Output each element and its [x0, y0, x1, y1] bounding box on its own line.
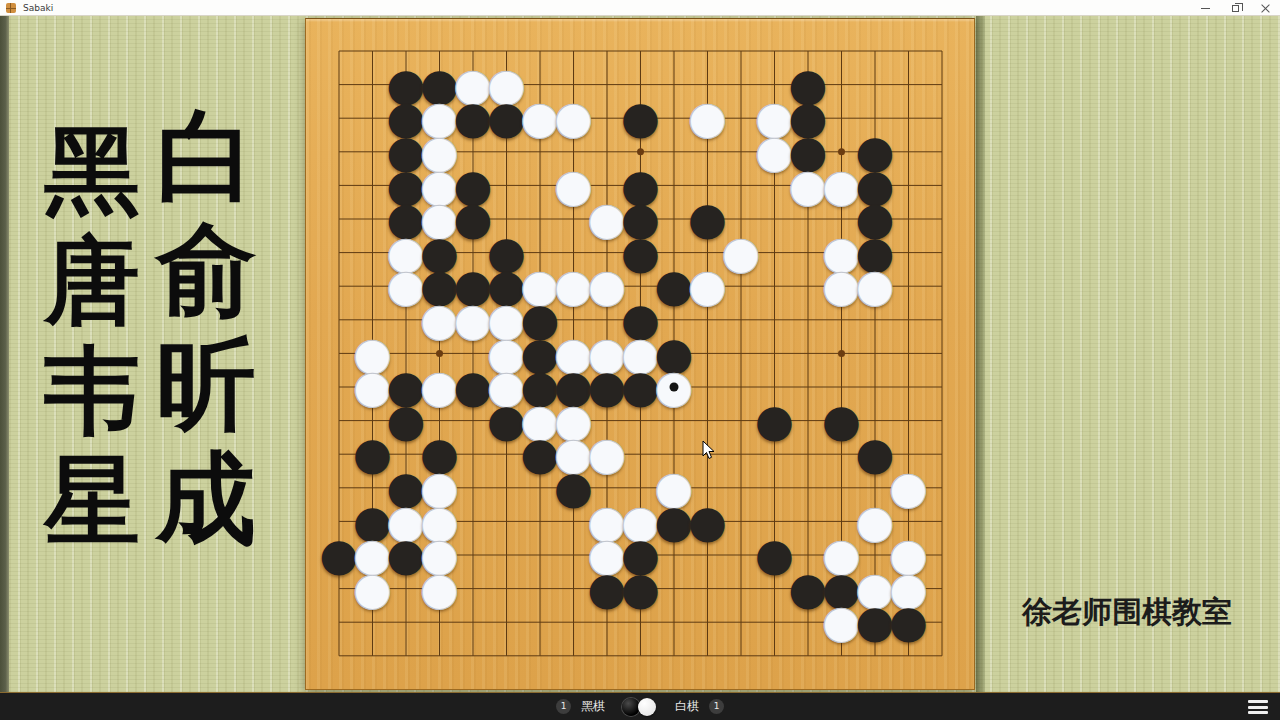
window-title: Sabaki: [23, 3, 53, 13]
black-stone: ●: [389, 404, 423, 438]
bottom-bar: 1 黑棋 白棋 1: [0, 692, 1280, 720]
white-stone: ●: [590, 269, 624, 303]
calligraphy-char: 白: [156, 100, 256, 214]
go-board[interactable]: ●●●●●●●●●●●●●●●●●●●●●●●●●●●●●●●●●●●●●●●●…: [305, 18, 975, 690]
white-stone: ●: [691, 101, 725, 135]
white-player-label: 白棋: [675, 698, 699, 715]
restore-button[interactable]: [1220, 0, 1250, 16]
calligraphy-char: 唐: [40, 226, 144, 336]
black-stone: ●: [657, 504, 691, 538]
white-player-calligraphy: 白 俞 昕 成: [156, 100, 256, 556]
black-player-calligraphy: 黑 唐 韦 星: [40, 116, 144, 556]
black-stone: ●: [590, 370, 624, 404]
white-stone: ●: [657, 370, 691, 404]
black-stone: ●: [858, 605, 892, 639]
white-stone: ●: [389, 269, 423, 303]
restore-icon: [1232, 5, 1239, 12]
white-stone: ●: [523, 101, 557, 135]
black-stone: ●: [758, 538, 792, 572]
calligraphy-char: 星: [40, 446, 144, 556]
white-stone: ●: [791, 168, 825, 202]
white-stone: ●: [423, 572, 457, 606]
black-stone: ●: [858, 437, 892, 471]
white-stone: ●: [590, 202, 624, 236]
calligraphy-char: 昕: [156, 328, 256, 442]
black-capture-badge: 1: [556, 699, 571, 714]
white-stone: ●: [557, 101, 591, 135]
white-stone: ●: [356, 572, 390, 606]
white-stone: ●: [858, 504, 892, 538]
black-stone: ●: [456, 370, 490, 404]
last-move-marker: [669, 382, 678, 391]
black-stone: ●: [356, 437, 390, 471]
black-stone: ●: [590, 572, 624, 606]
black-player-label: 黑棋: [581, 698, 605, 715]
calligraphy-char: 俞: [156, 214, 256, 328]
black-stone: ●: [691, 504, 725, 538]
white-stone: ●: [858, 269, 892, 303]
mouse-cursor: [702, 440, 716, 460]
classroom-watermark: 徐老师围棋教室: [1022, 592, 1232, 633]
white-stone: ●: [691, 269, 725, 303]
tatami-left-edge: [0, 16, 9, 692]
black-stone: ●: [624, 101, 658, 135]
stones-layer: ●●●●●●●●●●●●●●●●●●●●●●●●●●●●●●●●●●●●●●●●…: [322, 34, 959, 672]
white-stone: ●: [356, 370, 390, 404]
black-stone: ●: [322, 538, 356, 572]
white-stone: ●: [758, 135, 792, 169]
calligraphy-char: 黑: [40, 116, 144, 226]
sabaki-app-icon: [6, 3, 16, 13]
white-stone: ●: [557, 168, 591, 202]
black-stone: ●: [490, 404, 524, 438]
white-stone-icon: [638, 698, 656, 716]
white-stone: ●: [590, 437, 624, 471]
white-stone: ●: [724, 236, 758, 270]
black-stone: ●: [892, 605, 926, 639]
minimize-button[interactable]: [1190, 0, 1220, 16]
black-stone: ●: [791, 572, 825, 606]
black-stone: ●: [624, 370, 658, 404]
black-stone: ●: [456, 101, 490, 135]
white-stone: ●: [825, 605, 859, 639]
black-stone: ●: [624, 236, 658, 270]
white-stone: ●: [892, 471, 926, 505]
white-capture-badge: 1: [709, 699, 724, 714]
close-button[interactable]: [1250, 0, 1280, 16]
white-stone: ●: [423, 303, 457, 337]
black-stone: ●: [758, 404, 792, 438]
black-stone: ●: [523, 437, 557, 471]
minimize-icon: [1201, 8, 1210, 9]
black-stone: ●: [691, 202, 725, 236]
window-controls: [1190, 0, 1280, 16]
white-stone: ●: [423, 370, 457, 404]
app-window: Sabaki 黑 唐 韦 星 白 俞 昕 成 ●●●●●●●●●●●●●●●●●…: [0, 0, 1280, 720]
white-stone: ●: [825, 168, 859, 202]
black-stone: ●: [389, 538, 423, 572]
white-stone: ●: [825, 269, 859, 303]
white-stone: ●: [557, 269, 591, 303]
white-stone: ●: [456, 303, 490, 337]
black-stone: ●: [657, 269, 691, 303]
calligraphy-char: 韦: [40, 336, 144, 446]
board-right-shadow: [976, 16, 985, 692]
black-stone: ●: [456, 202, 490, 236]
hamburger-menu-icon[interactable]: [1248, 700, 1268, 714]
black-stone: ●: [624, 572, 658, 606]
turn-toggle[interactable]: [621, 697, 659, 717]
title-bar: Sabaki: [0, 0, 1280, 16]
black-stone: ●: [490, 101, 524, 135]
black-stone: ●: [825, 404, 859, 438]
calligraphy-char: 成: [156, 442, 256, 556]
close-icon: [1261, 4, 1270, 13]
main-area: 黑 唐 韦 星 白 俞 昕 成 ●●●●●●●●●●●●●●●●●●●●●●●●…: [0, 16, 1280, 692]
black-stone: ●: [557, 471, 591, 505]
